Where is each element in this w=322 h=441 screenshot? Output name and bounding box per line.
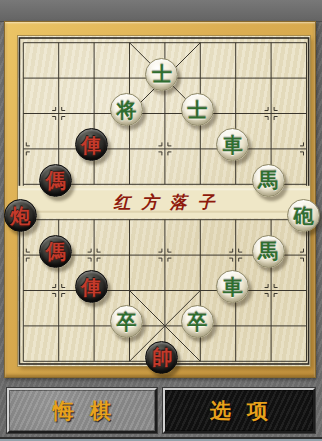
piece-red-chariot[interactable]: 俥: [75, 270, 108, 303]
piece-glyph: 馬: [258, 241, 278, 261]
piece-glyph: 将: [117, 100, 137, 120]
piece-glyph: 車: [223, 135, 243, 155]
piece-glyph: 炮: [10, 206, 30, 226]
piece-red-chariot[interactable]: 俥: [75, 128, 108, 161]
undo-button[interactable]: 悔棋: [7, 388, 157, 433]
board-wood-frame: 红方落子 士将士俥車傌馬炮砲傌馬俥車卒卒帥: [4, 21, 316, 378]
piece-green-chariot[interactable]: 車: [216, 270, 249, 303]
xiangqi-app-window: 红方落子 士将士俥車傌馬炮砲傌馬俥車卒卒帥 悔棋 选项: [0, 0, 322, 441]
window-bottom-edge: [0, 437, 322, 441]
button-bar: 悔棋 选项: [0, 378, 322, 441]
piece-glyph: 卒: [187, 312, 207, 332]
piece-glyph: 帥: [152, 347, 172, 367]
piece-glyph: 車: [223, 277, 243, 297]
piece-green-horse[interactable]: 馬: [252, 235, 285, 268]
window-top-bar: [0, 0, 322, 22]
piece-green-advisor[interactable]: 士: [181, 93, 214, 126]
piece-red-cannon[interactable]: 炮: [4, 199, 37, 232]
piece-glyph: 傌: [46, 170, 66, 190]
piece-glyph: 砲: [294, 206, 314, 226]
piece-glyph: 傌: [46, 241, 66, 261]
piece-glyph: 士: [187, 100, 207, 120]
piece-red-horse[interactable]: 傌: [39, 164, 72, 197]
piece-glyph: 俥: [81, 135, 101, 155]
xiangqi-board[interactable]: 红方落子 士将士俥車傌馬炮砲傌馬俥車卒卒帥: [18, 36, 310, 366]
piece-green-soldier[interactable]: 卒: [181, 305, 214, 338]
piece-glyph: 卒: [117, 312, 137, 332]
piece-glyph: 士: [152, 64, 172, 84]
board-section: 红方落子 士将士俥車傌馬炮砲傌馬俥車卒卒帥: [0, 21, 322, 378]
piece-green-horse[interactable]: 馬: [252, 164, 285, 197]
options-button[interactable]: 选项: [163, 388, 315, 433]
piece-red-general[interactable]: 帥: [145, 341, 178, 374]
piece-red-horse[interactable]: 傌: [39, 235, 72, 268]
piece-green-cannon[interactable]: 砲: [287, 199, 320, 232]
piece-glyph: 馬: [258, 170, 278, 190]
piece-green-advisor[interactable]: 士: [145, 58, 178, 91]
piece-green-general[interactable]: 将: [110, 93, 143, 126]
piece-glyph: 俥: [81, 277, 101, 297]
